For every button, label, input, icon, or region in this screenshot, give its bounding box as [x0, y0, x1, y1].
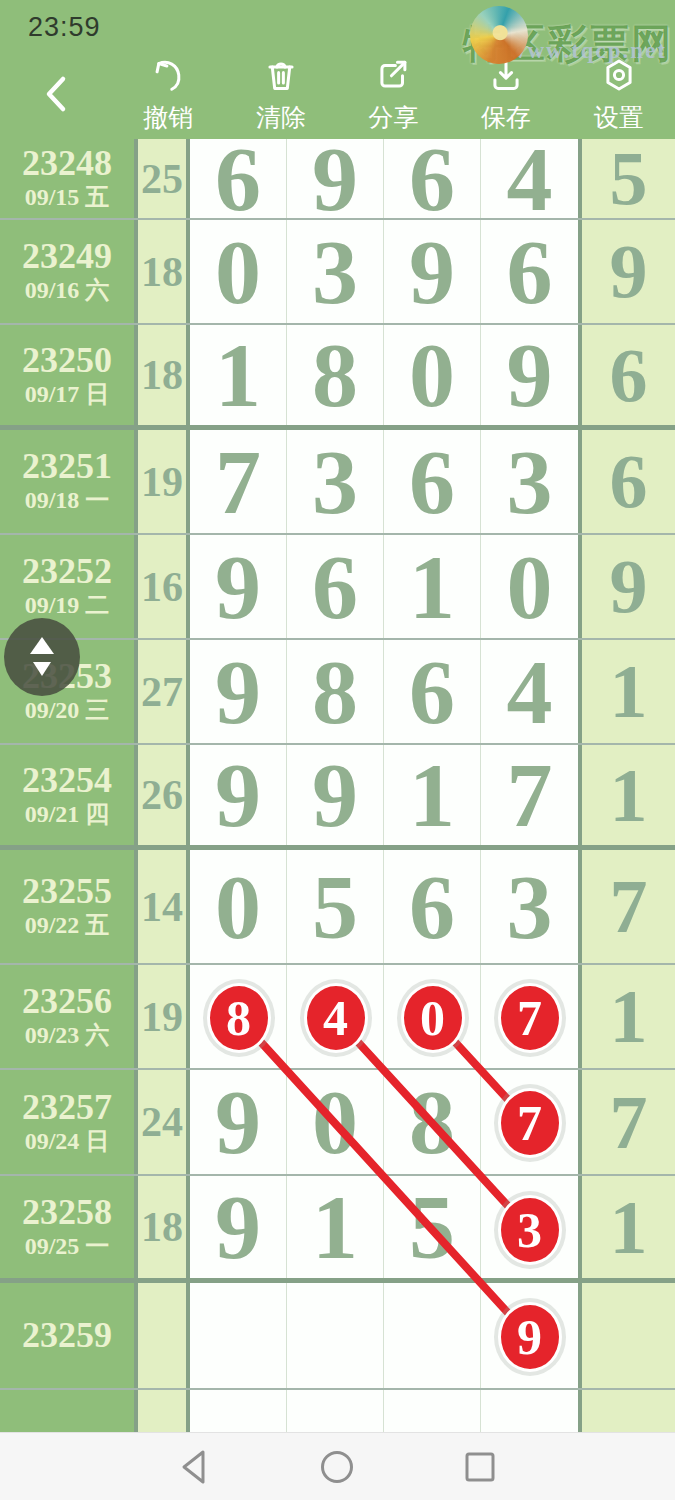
digit-cell[interactable]: 5: [384, 1176, 481, 1278]
red-circle-mark[interactable]: 3: [498, 1195, 562, 1265]
period-date: 09/16 六: [25, 276, 110, 305]
nav-recents-icon[interactable]: [460, 1447, 500, 1487]
up-down-arrows-icon: [22, 631, 62, 683]
fifth-digit-cell[interactable]: 6: [578, 430, 675, 533]
digit-cell[interactable]: [287, 1390, 384, 1432]
fifth-digit-cell[interactable]: 7: [578, 1070, 675, 1174]
sum-cell: 26: [134, 745, 190, 845]
trash-icon: [262, 56, 300, 94]
watermark-logo: [470, 6, 528, 64]
table-row: 2325509/22 五1405637: [0, 850, 675, 965]
period-number: 23258: [22, 1194, 112, 1232]
sum-cell: 24: [134, 1070, 190, 1174]
digit-cell[interactable]: 3: [481, 430, 578, 533]
table-row: 2325409/21 四2699171: [0, 745, 675, 850]
table-row: [0, 1390, 675, 1432]
period-number: 23256: [22, 983, 112, 1021]
sum-cell: 18: [134, 220, 190, 323]
digit-cell[interactable]: [190, 1283, 287, 1388]
period-cell: 2324809/15 五: [0, 139, 134, 218]
digit-cell[interactable]: 1: [287, 1176, 384, 1278]
red-circle-mark[interactable]: 9: [498, 1302, 562, 1372]
digit-cell[interactable]: 0: [287, 1070, 384, 1174]
table-row: 2324909/16 六1803969: [0, 220, 675, 325]
digit-cell[interactable]: 8: [287, 640, 384, 743]
back-chevron-icon: [43, 74, 69, 114]
fifth-digit-cell[interactable]: 1: [578, 745, 675, 845]
share-icon: [374, 56, 412, 94]
sum-cell: 27: [134, 640, 190, 743]
digit-cell[interactable]: 6: [384, 430, 481, 533]
digit-cell[interactable]: 9: [190, 1070, 287, 1174]
fifth-digit-cell[interactable]: 9: [578, 535, 675, 638]
digit-cell[interactable]: 8: [287, 325, 384, 425]
digit-cell[interactable]: 0: [190, 850, 287, 963]
table-row: 2324809/15 五2569645: [0, 139, 675, 220]
digit-cell[interactable]: 0: [384, 325, 481, 425]
period-number: 23252: [22, 553, 112, 591]
digit-cell[interactable]: 9: [481, 325, 578, 425]
nav-home-icon[interactable]: [317, 1447, 357, 1487]
digit-cell[interactable]: [481, 1390, 578, 1432]
digit-cell[interactable]: 6: [384, 139, 481, 218]
settings-label: 设置: [594, 101, 644, 134]
period-cell: 23259: [0, 1283, 134, 1388]
nav-back-icon[interactable]: [176, 1447, 216, 1487]
digit-cell[interactable]: 6: [384, 640, 481, 743]
digit-cell[interactable]: 9: [384, 220, 481, 323]
period-number: 23249: [22, 238, 112, 276]
period-number: 23254: [22, 762, 112, 800]
undo-label: 撤销: [143, 101, 193, 134]
period-date: 09/24 日: [25, 1127, 110, 1156]
digit-cell[interactable]: 9: [190, 745, 287, 845]
table-row: 2325009/17 日1818096: [0, 325, 675, 430]
period-date: 09/19 二: [25, 591, 110, 620]
sum-cell: 19: [134, 965, 190, 1068]
red-circle-mark[interactable]: 4: [304, 983, 368, 1053]
sum-cell: 16: [134, 535, 190, 638]
digit-cell[interactable]: [190, 1390, 287, 1432]
digit-cell[interactable]: [287, 1283, 384, 1388]
table-row: 2325709/24 日249087: [0, 1070, 675, 1176]
period-cell: 2325109/18 一: [0, 430, 134, 533]
digit-cell[interactable]: 0: [481, 535, 578, 638]
digit-cell[interactable]: 6: [287, 535, 384, 638]
digit-cell[interactable]: 7: [481, 745, 578, 845]
period-date: 09/17 日: [25, 380, 110, 409]
digit-cell[interactable]: 8: [384, 1070, 481, 1174]
period-number: 23259: [22, 1317, 112, 1355]
clear-label: 清除: [256, 101, 306, 134]
period-cell: 2325009/17 日: [0, 325, 134, 425]
digit-cell[interactable]: 1: [190, 325, 287, 425]
digit-cell[interactable]: 1: [384, 535, 481, 638]
digit-cell[interactable]: 9: [287, 139, 384, 218]
fifth-digit-cell[interactable]: 6: [578, 325, 675, 425]
back-button[interactable]: [0, 48, 112, 139]
undo-icon: [149, 56, 187, 94]
fifth-digit-cell[interactable]: 9: [578, 220, 675, 323]
fifth-digit-cell[interactable]: 1: [578, 640, 675, 743]
period-date: 09/25 一: [25, 1232, 110, 1261]
digit-cell[interactable]: 9: [287, 745, 384, 845]
scroll-up-down-button[interactable]: [4, 618, 80, 696]
table-row: 23259: [0, 1283, 675, 1390]
period-cell: 2325809/25 一: [0, 1176, 134, 1278]
digit-cell[interactable]: [384, 1390, 481, 1432]
digit-cell[interactable]: 6: [481, 220, 578, 323]
digit-cell[interactable]: 4: [481, 139, 578, 218]
sum-cell: [134, 1283, 190, 1388]
digit-cell[interactable]: 6: [190, 139, 287, 218]
digit-cell[interactable]: 3: [287, 220, 384, 323]
period-number: 23255: [22, 873, 112, 911]
red-circle-mark[interactable]: 7: [498, 983, 562, 1053]
digit-cell[interactable]: 3: [481, 850, 578, 963]
digit-cell[interactable]: 7: [190, 430, 287, 533]
sum-cell: [134, 1390, 190, 1432]
period-cell: 2325609/23 六: [0, 965, 134, 1068]
digit-cell[interactable]: 9: [190, 535, 287, 638]
fifth-digit-cell[interactable]: [578, 1390, 675, 1432]
red-circle-mark[interactable]: 0: [401, 983, 465, 1053]
app-screen: 23:59 5G 4G 67 特区彩票网 www.tqcp.net: [0, 0, 675, 1500]
digit-cell[interactable]: [384, 1283, 481, 1388]
table-row: 2325809/25 一189151: [0, 1176, 675, 1283]
fifth-digit-cell[interactable]: 5: [578, 139, 675, 218]
period-number: 23257: [22, 1089, 112, 1127]
sum-cell: 18: [134, 1176, 190, 1278]
table-row: 2325209/19 二1696109: [0, 535, 675, 640]
period-cell: 2325509/22 五: [0, 850, 134, 963]
sum-cell: 19: [134, 430, 190, 533]
watermark-url: www.tqcp.net: [509, 38, 667, 64]
digit-cell[interactable]: 9: [190, 640, 287, 743]
period-number: 23251: [22, 448, 112, 486]
period-date: 09/21 四: [25, 800, 110, 829]
period-date: 09/20 三: [25, 696, 110, 725]
sum-cell: 18: [134, 325, 190, 425]
period-cell: [0, 1390, 134, 1432]
undo-button[interactable]: 撤销: [112, 48, 225, 139]
period-number: 23248: [22, 145, 112, 183]
red-circle-mark[interactable]: 7: [498, 1088, 562, 1158]
digit-cell[interactable]: 3: [287, 430, 384, 533]
android-nav-bar: [0, 1432, 675, 1500]
trend-chart: 2324809/15 五25696452324909/16 六180396923…: [0, 139, 675, 1432]
digit-cell[interactable]: 1: [384, 745, 481, 845]
table-row: 2325109/18 一1973636: [0, 430, 675, 535]
period-date: 09/22 五: [25, 911, 110, 940]
period-cell: 2324909/16 六: [0, 220, 134, 323]
red-circle-mark[interactable]: 8: [207, 983, 271, 1053]
digit-cell[interactable]: 4: [481, 640, 578, 743]
fifth-digit-cell[interactable]: [578, 1283, 675, 1388]
clock-time: 23:59: [28, 12, 101, 43]
fifth-digit-cell[interactable]: 1: [578, 965, 675, 1068]
period-date: 09/18 一: [25, 486, 110, 515]
fifth-digit-cell[interactable]: 1: [578, 1176, 675, 1278]
period-date: 09/15 五: [25, 183, 110, 212]
table-row: 2325309/20 三2798641: [0, 640, 675, 745]
period-cell: 2325409/21 四: [0, 745, 134, 845]
digit-cell[interactable]: 6: [384, 850, 481, 963]
sum-cell: 14: [134, 850, 190, 963]
digit-cell[interactable]: 5: [287, 850, 384, 963]
sum-cell: 25: [134, 139, 190, 218]
digit-cell[interactable]: 0: [190, 220, 287, 323]
fifth-digit-cell[interactable]: 7: [578, 850, 675, 963]
period-cell: 2325209/19 二: [0, 535, 134, 638]
period-cell: 2325709/24 日: [0, 1070, 134, 1174]
digit-cell[interactable]: 9: [190, 1176, 287, 1278]
period-date: 09/23 六: [25, 1021, 110, 1050]
period-number: 23250: [22, 342, 112, 380]
